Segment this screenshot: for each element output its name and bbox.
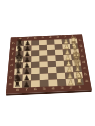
white-pawn: ♟ (66, 79, 75, 87)
square-a2: ♟ (66, 79, 76, 86)
board: 87654321h♜♟♟♜hg♞♟♟♞gf♝♟♟♝fe♚♟♟♚ed♛♟♟♛dc♝… (6, 34, 92, 93)
product-photo: { "meta": { "description": "Product phot… (0, 0, 95, 126)
square-a5 (40, 80, 49, 87)
black-pawn: ♟ (22, 81, 31, 89)
white-rook: ♜ (75, 77, 84, 86)
black-rook: ♜ (13, 80, 22, 89)
coordinate-label: 6 (31, 87, 40, 93)
square-a7: ♟ (22, 81, 31, 88)
perspective-wrapper: 87654321h♜♟♟♜hg♞♟♟♞gf♝♟♟♝fe♚♟♟♚ed♛♟♟♛dc♝… (2, 3, 92, 94)
coordinate-label: 4 (49, 86, 58, 92)
coordinate-label: 5 (40, 87, 49, 93)
chess-set-photo: 87654321h♜♟♟♜hg♞♟♟♞gf♝♟♟♝fe♚♟♟♚ed♛♟♟♛dc♝… (2, 3, 93, 94)
border-corner (84, 85, 92, 91)
square-a1: ♜ (74, 78, 84, 85)
